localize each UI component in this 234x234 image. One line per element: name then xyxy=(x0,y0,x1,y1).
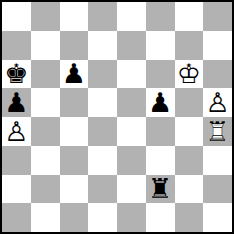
black-pawn[interactable]: ♟ xyxy=(60,60,89,89)
square-d6[interactable] xyxy=(88,60,117,89)
square-h7[interactable] xyxy=(203,31,232,60)
square-a4[interactable]: ♟♙ xyxy=(2,117,31,146)
square-e6[interactable] xyxy=(117,60,146,89)
square-b2[interactable] xyxy=(31,175,60,204)
piece-glyph: ♜ xyxy=(148,175,172,202)
square-c3[interactable] xyxy=(60,146,89,175)
square-a6[interactable]: ♚ xyxy=(2,60,31,89)
square-b7[interactable] xyxy=(31,31,60,60)
piece-glyph: ♖ xyxy=(206,118,230,145)
piece-glyph: ♟ xyxy=(4,89,28,116)
square-d7[interactable] xyxy=(88,31,117,60)
piece-glyph: ♙ xyxy=(206,89,230,116)
square-h4[interactable]: ♜♖ xyxy=(203,117,232,146)
square-h3[interactable] xyxy=(203,146,232,175)
square-a5[interactable]: ♟ xyxy=(2,88,31,117)
square-a2[interactable] xyxy=(2,175,31,204)
chess-board: ♚♟♚♔♟♟♟♙♟♙♜♖♜ xyxy=(0,0,234,234)
square-b1[interactable] xyxy=(31,203,60,232)
white-king[interactable]: ♚♔ xyxy=(175,60,204,89)
square-e4[interactable] xyxy=(117,117,146,146)
white-pawn[interactable]: ♟♙ xyxy=(203,88,232,117)
white-rook[interactable]: ♜♖ xyxy=(203,117,232,146)
square-h5[interactable]: ♟♙ xyxy=(203,88,232,117)
square-g6[interactable]: ♚♔ xyxy=(175,60,204,89)
square-a3[interactable] xyxy=(2,146,31,175)
square-g8[interactable] xyxy=(175,2,204,31)
square-f8[interactable] xyxy=(146,2,175,31)
square-b3[interactable] xyxy=(31,146,60,175)
square-e3[interactable] xyxy=(117,146,146,175)
square-d3[interactable] xyxy=(88,146,117,175)
square-f6[interactable] xyxy=(146,60,175,89)
square-f3[interactable] xyxy=(146,146,175,175)
square-h1[interactable] xyxy=(203,203,232,232)
square-c8[interactable] xyxy=(60,2,89,31)
square-b4[interactable] xyxy=(31,117,60,146)
piece-glyph: ♚ xyxy=(4,60,28,87)
square-b6[interactable] xyxy=(31,60,60,89)
piece-glyph: ♟ xyxy=(62,60,86,87)
square-c4[interactable] xyxy=(60,117,89,146)
square-d5[interactable] xyxy=(88,88,117,117)
square-a1[interactable] xyxy=(2,203,31,232)
black-pawn[interactable]: ♟ xyxy=(146,88,175,117)
square-f1[interactable] xyxy=(146,203,175,232)
square-g2[interactable] xyxy=(175,175,204,204)
square-h6[interactable] xyxy=(203,60,232,89)
square-d4[interactable] xyxy=(88,117,117,146)
square-f7[interactable] xyxy=(146,31,175,60)
square-d2[interactable] xyxy=(88,175,117,204)
piece-glyph: ♙ xyxy=(4,118,28,145)
square-e1[interactable] xyxy=(117,203,146,232)
piece-glyph: ♟ xyxy=(148,89,172,116)
piece-glyph: ♔ xyxy=(177,60,201,87)
black-king[interactable]: ♚ xyxy=(2,60,31,89)
square-f4[interactable] xyxy=(146,117,175,146)
square-a8[interactable] xyxy=(2,2,31,31)
square-g3[interactable] xyxy=(175,146,204,175)
square-d8[interactable] xyxy=(88,2,117,31)
square-a7[interactable] xyxy=(2,31,31,60)
black-rook[interactable]: ♜ xyxy=(146,175,175,204)
square-f5[interactable]: ♟ xyxy=(146,88,175,117)
square-c1[interactable] xyxy=(60,203,89,232)
square-g5[interactable] xyxy=(175,88,204,117)
square-c6[interactable]: ♟ xyxy=(60,60,89,89)
square-h8[interactable] xyxy=(203,2,232,31)
square-h2[interactable] xyxy=(203,175,232,204)
square-b8[interactable] xyxy=(31,2,60,31)
square-b5[interactable] xyxy=(31,88,60,117)
square-g7[interactable] xyxy=(175,31,204,60)
square-c2[interactable] xyxy=(60,175,89,204)
white-pawn[interactable]: ♟♙ xyxy=(2,117,31,146)
square-g4[interactable] xyxy=(175,117,204,146)
square-c7[interactable] xyxy=(60,31,89,60)
square-e8[interactable] xyxy=(117,2,146,31)
square-e2[interactable] xyxy=(117,175,146,204)
square-d1[interactable] xyxy=(88,203,117,232)
square-e5[interactable] xyxy=(117,88,146,117)
black-pawn[interactable]: ♟ xyxy=(2,88,31,117)
square-f2[interactable]: ♜ xyxy=(146,175,175,204)
square-e7[interactable] xyxy=(117,31,146,60)
square-c5[interactable] xyxy=(60,88,89,117)
square-g1[interactable] xyxy=(175,203,204,232)
